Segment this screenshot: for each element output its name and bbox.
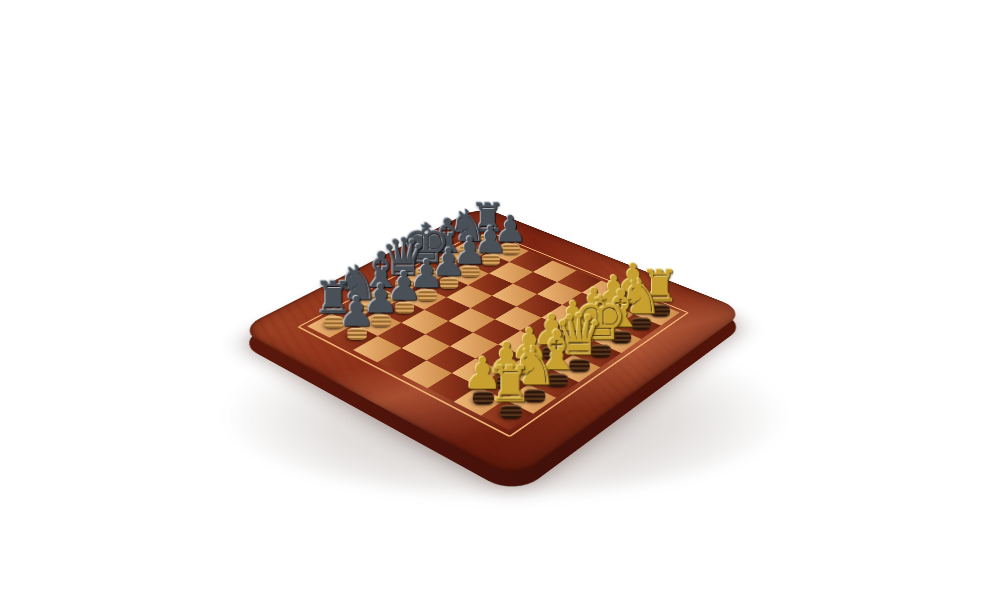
chess-board: ♜♞♝♛♚♝♞♜♟♟♟♟♟♟♟♟♟♟♟♟♟♟♟♟♜♞♝♛♚♝♞♜: [238, 206, 746, 479]
silver-pawn-glyph: ♟: [338, 292, 375, 331]
piece-figure: ♟: [320, 292, 392, 340]
gold-rook-glyph: ♜: [488, 361, 532, 408]
piece-figure: ♜: [471, 361, 550, 418]
photo-background: ♜♞♝♛♚♝♞♜♟♟♟♟♟♟♟♟♟♟♟♟♟♟♟♟♜♞♝♛♚♝♞♜: [0, 0, 1000, 592]
scene: ♜♞♝♛♚♝♞♜♟♟♟♟♟♟♟♟♟♟♟♟♟♟♟♟♜♞♝♛♚♝♞♜: [0, 0, 1000, 592]
